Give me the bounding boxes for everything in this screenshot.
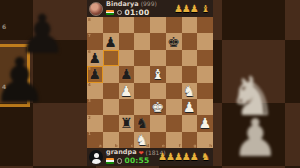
- square-c7[interactable]: [119, 33, 135, 49]
- square-h6[interactable]: [197, 50, 213, 66]
- square-h4[interactable]: [197, 83, 213, 99]
- top-player-bar: Bindarya (999) 01:00 ♟♟♟♝: [87, 0, 213, 17]
- rank-label: 4: [88, 83, 91, 87]
- square-b4[interactable]: [103, 83, 119, 99]
- piece-white-knight[interactable]: ♞: [134, 132, 150, 148]
- square-d3[interactable]: [134, 99, 150, 115]
- square-e2[interactable]: [150, 115, 166, 131]
- opponent-avatar[interactable]: [89, 2, 103, 16]
- captured-pawn-icon: ♟: [190, 4, 199, 14]
- square-f4[interactable]: [166, 83, 182, 99]
- square-f3[interactable]: [166, 99, 182, 115]
- piece-white-pawn[interactable]: ♟: [197, 115, 213, 131]
- square-f8[interactable]: [166, 17, 182, 33]
- square-a7[interactable]: 7: [87, 33, 103, 49]
- clock-icon: [117, 10, 123, 16]
- square-g3[interactable]: ♟: [182, 99, 198, 115]
- india-flag-icon: [106, 10, 114, 16]
- square-d7[interactable]: [134, 33, 150, 49]
- opponent-info: Bindarya (999) 01:00: [106, 1, 157, 17]
- square-c2[interactable]: ♜: [119, 115, 135, 131]
- bg-rank-label: 6: [2, 24, 6, 30]
- square-g8[interactable]: [182, 17, 198, 33]
- square-g4[interactable]: ♞: [182, 83, 198, 99]
- square-e1[interactable]: e: [150, 132, 166, 148]
- square-c1[interactable]: c: [119, 132, 135, 148]
- piece-white-knight[interactable]: ♞: [182, 83, 198, 99]
- chess-board: 87♟♚6♟5♟♟♝4♟♞3♚♟2♜♞♟1abcd♞efgh: [87, 17, 213, 148]
- player-captured-tray: ♟♟♟♟♟♞: [159, 152, 210, 162]
- piece-white-pawn[interactable]: ♟: [119, 83, 135, 99]
- square-b5[interactable]: [103, 66, 119, 82]
- player-name: grandpa: [106, 149, 137, 156]
- square-c3[interactable]: [119, 99, 135, 115]
- square-a8[interactable]: 8: [87, 17, 103, 33]
- rank-label: 2: [88, 116, 91, 120]
- piece-white-pawn[interactable]: ♟: [182, 99, 198, 115]
- square-f6[interactable]: [166, 50, 182, 66]
- rank-label: 1: [88, 132, 91, 136]
- piece-black-pawn[interactable]: ♟: [119, 66, 135, 82]
- square-a1[interactable]: 1a: [87, 132, 103, 148]
- square-e6[interactable]: [150, 50, 166, 66]
- india-flag-icon: [106, 158, 114, 164]
- file-label: b: [115, 144, 118, 148]
- square-d2[interactable]: ♞: [134, 115, 150, 131]
- square-f1[interactable]: f: [166, 132, 182, 148]
- square-g5[interactable]: [182, 66, 198, 82]
- square-c8[interactable]: [119, 17, 135, 33]
- square-g2[interactable]: [182, 115, 198, 131]
- square-h8[interactable]: [197, 17, 213, 33]
- piece-white-bishop[interactable]: ♝: [150, 66, 166, 82]
- square-d4[interactable]: [134, 83, 150, 99]
- square-f7[interactable]: ♚: [166, 33, 182, 49]
- square-f2[interactable]: [166, 115, 182, 131]
- piece-black-rook[interactable]: ♜: [119, 115, 135, 131]
- square-a5[interactable]: 5♟: [87, 66, 103, 82]
- square-h1[interactable]: h: [197, 132, 213, 148]
- file-label: e: [162, 144, 165, 148]
- app-column: Bindarya (999) 01:00 ♟♟♟♝ 87♟♚6♟5♟♟♝4♟♞3…: [87, 0, 213, 168]
- square-a4[interactable]: 4: [87, 83, 103, 99]
- opponent-clock: 01:00: [125, 9, 150, 17]
- file-label: h: [209, 144, 212, 148]
- bg-rank-label: 4: [2, 84, 6, 90]
- piece-black-pawn[interactable]: ♟: [87, 66, 103, 82]
- opponent-name: Bindarya: [106, 1, 139, 8]
- captured-pawn-icon: ♟: [190, 152, 199, 162]
- square-g7[interactable]: [182, 33, 198, 49]
- player-avatar[interactable]: [89, 150, 103, 164]
- square-a6[interactable]: 6♟: [87, 50, 103, 66]
- opponent-captured-tray: ♟♟♟♝: [175, 4, 210, 14]
- square-e3[interactable]: ♚: [150, 99, 166, 115]
- piece-black-knight[interactable]: ♞: [134, 115, 150, 131]
- rank-label: 8: [88, 18, 91, 22]
- file-label: g: [193, 144, 196, 148]
- square-c4[interactable]: ♟: [119, 83, 135, 99]
- piece-black-pawn[interactable]: ♟: [87, 50, 103, 66]
- square-b3[interactable]: [103, 99, 119, 115]
- square-e7[interactable]: [150, 33, 166, 49]
- square-h2[interactable]: ♟: [197, 115, 213, 131]
- square-a3[interactable]: 3: [87, 99, 103, 115]
- square-d6[interactable]: [134, 50, 150, 66]
- square-b8[interactable]: [103, 17, 119, 33]
- square-h7[interactable]: [197, 33, 213, 49]
- player-clock: 00:55: [125, 157, 150, 165]
- opponent-meta-row: 01:00: [106, 9, 157, 17]
- square-b6[interactable]: [103, 50, 119, 66]
- piece-black-pawn[interactable]: ♟: [103, 33, 119, 49]
- square-h5[interactable]: [197, 66, 213, 82]
- opponent-rating: (999): [141, 1, 157, 7]
- piece-white-king[interactable]: ♚: [150, 99, 166, 115]
- captured-bishop-icon: ♝: [201, 4, 210, 14]
- square-e5[interactable]: ♝: [150, 66, 166, 82]
- square-b7[interactable]: ♟: [103, 33, 119, 49]
- file-label: a: [99, 144, 102, 148]
- clock-icon: [117, 158, 123, 164]
- bg-black-pawn-icon: ♟: [0, 50, 48, 112]
- square-h3[interactable]: [197, 99, 213, 115]
- square-g1[interactable]: g: [182, 132, 198, 148]
- player-info: grandpa ❤ (1814) 00:55: [106, 149, 159, 165]
- square-d1[interactable]: d♞: [134, 132, 150, 148]
- opponent-name-row: Bindarya (999): [106, 1, 157, 8]
- file-label: f: [179, 144, 181, 148]
- file-label: c: [131, 144, 133, 148]
- player-name-row: grandpa ❤ (1814): [106, 149, 159, 156]
- square-b2[interactable]: [103, 115, 119, 131]
- heart-icon: ❤: [139, 150, 144, 156]
- square-a2[interactable]: 2: [87, 115, 103, 131]
- player-meta-row: 00:55: [106, 157, 159, 165]
- piece-black-king[interactable]: ♚: [166, 33, 182, 49]
- captured-knight-icon: ♞: [201, 152, 210, 162]
- square-g6[interactable]: [182, 50, 198, 66]
- bottom-player-bar: grandpa ❤ (1814) 00:55 ♟♟♟♟♟♞: [87, 148, 213, 166]
- square-c5[interactable]: ♟: [119, 66, 135, 82]
- bg-white-pawn-icon: ♟: [232, 112, 279, 164]
- video-frame: ♟ ♟ ♞ ♟ 6 4 Bindarya (999) 01:00 ♟♟♟♝ 87…: [0, 0, 300, 168]
- square-f5[interactable]: [166, 66, 182, 82]
- square-d5[interactable]: [134, 66, 150, 82]
- square-e8[interactable]: [150, 17, 166, 33]
- rank-label: 7: [88, 34, 91, 38]
- square-b1[interactable]: b: [103, 132, 119, 148]
- square-c6[interactable]: [119, 50, 135, 66]
- square-e4[interactable]: [150, 83, 166, 99]
- square-d8[interactable]: [134, 17, 150, 33]
- rank-label: 3: [88, 99, 91, 103]
